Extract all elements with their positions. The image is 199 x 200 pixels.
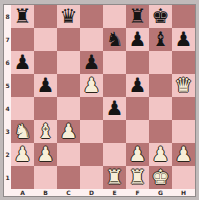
square-g3[interactable] bbox=[149, 120, 172, 143]
square-a3[interactable]: ♞ bbox=[11, 120, 34, 143]
rank-label-1: 1 bbox=[4, 166, 11, 189]
square-b3[interactable]: ♝ bbox=[34, 120, 57, 143]
piece-white-pawn: ♟ bbox=[152, 143, 170, 166]
piece-black-knight: ♞ bbox=[106, 28, 124, 51]
piece-white-pawn: ♟ bbox=[37, 143, 55, 166]
rank-label-5: 5 bbox=[4, 74, 11, 97]
square-e5[interactable] bbox=[103, 74, 126, 97]
rank-label-8: 8 bbox=[4, 5, 11, 28]
piece-white-queen: ♛ bbox=[175, 74, 193, 97]
square-h1[interactable] bbox=[172, 166, 195, 189]
piece-black-king: ♚ bbox=[152, 5, 170, 28]
piece-black-pawn: ♟ bbox=[129, 74, 147, 97]
piece-white-king: ♚ bbox=[152, 166, 170, 189]
square-d2[interactable] bbox=[80, 143, 103, 166]
square-e2[interactable] bbox=[103, 143, 126, 166]
square-d8[interactable] bbox=[80, 5, 103, 28]
square-a8[interactable]: ♜ bbox=[11, 5, 34, 28]
piece-black-pawn: ♟ bbox=[83, 51, 101, 74]
square-f1[interactable]: ♜ bbox=[126, 166, 149, 189]
square-f7[interactable]: ♟ bbox=[126, 28, 149, 51]
square-g4[interactable] bbox=[149, 97, 172, 120]
square-b4[interactable] bbox=[34, 97, 57, 120]
piece-black-rook: ♜ bbox=[14, 5, 32, 28]
file-label-g: G bbox=[149, 189, 172, 196]
square-f6[interactable] bbox=[126, 51, 149, 74]
chess-board: 8♜♛♜♚7♞♟♝♟6♟♟5♟♟♟♛4♟3♞♝♟2♟♟♟♟♟1♜♜♚ABCDEF… bbox=[3, 4, 196, 197]
square-c5[interactable] bbox=[57, 74, 80, 97]
square-c1[interactable] bbox=[57, 166, 80, 189]
piece-black-bishop: ♝ bbox=[152, 28, 170, 51]
square-g6[interactable] bbox=[149, 51, 172, 74]
piece-white-pawn: ♟ bbox=[175, 143, 193, 166]
piece-white-pawn: ♟ bbox=[14, 143, 32, 166]
square-e8[interactable] bbox=[103, 5, 126, 28]
file-label-e: E bbox=[103, 189, 126, 196]
square-d6[interactable]: ♟ bbox=[80, 51, 103, 74]
piece-black-pawn: ♟ bbox=[106, 97, 124, 120]
file-label-c: C bbox=[57, 189, 80, 196]
square-h3[interactable] bbox=[172, 120, 195, 143]
piece-black-queen: ♛ bbox=[60, 5, 78, 28]
square-f4[interactable] bbox=[126, 97, 149, 120]
piece-white-bishop: ♝ bbox=[37, 120, 55, 143]
piece-black-rook: ♜ bbox=[129, 5, 147, 28]
square-c7[interactable] bbox=[57, 28, 80, 51]
square-a5[interactable] bbox=[11, 74, 34, 97]
square-c6[interactable] bbox=[57, 51, 80, 74]
square-f5[interactable]: ♟ bbox=[126, 74, 149, 97]
square-a6[interactable]: ♟ bbox=[11, 51, 34, 74]
square-a1[interactable] bbox=[11, 166, 34, 189]
square-g2[interactable]: ♟ bbox=[149, 143, 172, 166]
square-b2[interactable]: ♟ bbox=[34, 143, 57, 166]
square-a7[interactable] bbox=[11, 28, 34, 51]
square-d4[interactable] bbox=[80, 97, 103, 120]
square-c3[interactable]: ♟ bbox=[57, 120, 80, 143]
square-c2[interactable] bbox=[57, 143, 80, 166]
square-e4[interactable]: ♟ bbox=[103, 97, 126, 120]
file-label-h: H bbox=[172, 189, 195, 196]
square-f8[interactable]: ♜ bbox=[126, 5, 149, 28]
file-label-f: F bbox=[126, 189, 149, 196]
square-h2[interactable]: ♟ bbox=[172, 143, 195, 166]
square-e6[interactable] bbox=[103, 51, 126, 74]
rank-label-3: 3 bbox=[4, 120, 11, 143]
rank-label-2: 2 bbox=[4, 143, 11, 166]
square-b5[interactable]: ♟ bbox=[34, 74, 57, 97]
square-c4[interactable] bbox=[57, 97, 80, 120]
square-d3[interactable] bbox=[80, 120, 103, 143]
square-e3[interactable] bbox=[103, 120, 126, 143]
piece-black-pawn: ♟ bbox=[175, 28, 193, 51]
square-h4[interactable] bbox=[172, 97, 195, 120]
square-g5[interactable] bbox=[149, 74, 172, 97]
square-a4[interactable] bbox=[11, 97, 34, 120]
piece-white-pawn: ♟ bbox=[60, 120, 78, 143]
piece-white-rook: ♜ bbox=[106, 166, 124, 189]
square-h6[interactable] bbox=[172, 51, 195, 74]
file-label-b: B bbox=[34, 189, 57, 196]
square-d7[interactable] bbox=[80, 28, 103, 51]
corner-spacer bbox=[4, 189, 11, 196]
square-e7[interactable]: ♞ bbox=[103, 28, 126, 51]
square-h8[interactable] bbox=[172, 5, 195, 28]
piece-black-pawn: ♟ bbox=[129, 28, 147, 51]
square-g8[interactable]: ♚ bbox=[149, 5, 172, 28]
file-label-d: D bbox=[80, 189, 103, 196]
rank-label-4: 4 bbox=[4, 97, 11, 120]
piece-white-pawn: ♟ bbox=[83, 74, 101, 97]
square-e1[interactable]: ♜ bbox=[103, 166, 126, 189]
piece-white-rook: ♜ bbox=[129, 166, 147, 189]
file-label-a: A bbox=[11, 189, 34, 196]
square-c8[interactable]: ♛ bbox=[57, 5, 80, 28]
square-b7[interactable] bbox=[34, 28, 57, 51]
square-g7[interactable]: ♝ bbox=[149, 28, 172, 51]
piece-white-knight: ♞ bbox=[14, 120, 32, 143]
square-g1[interactable]: ♚ bbox=[149, 166, 172, 189]
square-b6[interactable] bbox=[34, 51, 57, 74]
rank-label-6: 6 bbox=[4, 51, 11, 74]
square-h7[interactable]: ♟ bbox=[172, 28, 195, 51]
board-frame: 8♜♛♜♚7♞♟♝♟6♟♟5♟♟♟♛4♟3♞♝♟2♟♟♟♟♟1♜♜♚ABCDEF… bbox=[0, 0, 199, 200]
square-h5[interactable]: ♛ bbox=[172, 74, 195, 97]
square-d5[interactable]: ♟ bbox=[80, 74, 103, 97]
square-b1[interactable] bbox=[34, 166, 57, 189]
square-a2[interactable]: ♟ bbox=[11, 143, 34, 166]
square-b8[interactable] bbox=[34, 5, 57, 28]
piece-black-pawn: ♟ bbox=[14, 51, 32, 74]
square-f2[interactable]: ♟ bbox=[126, 143, 149, 166]
piece-black-pawn: ♟ bbox=[37, 74, 55, 97]
piece-white-pawn: ♟ bbox=[129, 143, 147, 166]
square-d1[interactable] bbox=[80, 166, 103, 189]
rank-label-7: 7 bbox=[4, 28, 11, 51]
square-f3[interactable] bbox=[126, 120, 149, 143]
